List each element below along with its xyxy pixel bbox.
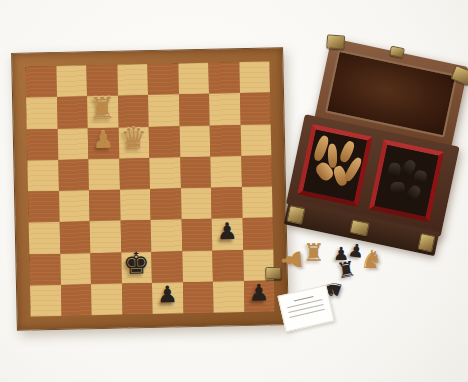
square-g8[interactable]: [208, 62, 239, 94]
square-f3[interactable]: [181, 219, 212, 251]
square-c1[interactable]: [91, 283, 122, 315]
square-f5[interactable]: [180, 156, 211, 188]
box-compartment-white-pieces: [297, 124, 373, 207]
square-g4[interactable]: [211, 187, 242, 219]
brass-escutcheon-icon: [349, 219, 370, 236]
square-c7[interactable]: ♜: [87, 96, 118, 128]
piece-black-pawn-g3[interactable]: ♟: [217, 220, 238, 243]
square-c3[interactable]: [90, 221, 121, 253]
square-b2[interactable]: [60, 253, 91, 285]
square-h3[interactable]: [242, 218, 273, 250]
brass-corner-mount-icon: [286, 205, 305, 225]
square-h7[interactable]: [240, 93, 271, 125]
square-a4[interactable]: [28, 191, 59, 223]
chess-board: ♜♟♛♟♚♟♟: [25, 61, 274, 316]
square-f1[interactable]: [182, 281, 213, 313]
loose-piece-white-knight[interactable]: ♞: [360, 247, 382, 272]
square-e5[interactable]: [149, 157, 180, 189]
piece-black-pawn-e1[interactable]: ♟: [157, 284, 178, 307]
square-g2[interactable]: [212, 250, 243, 282]
square-f8[interactable]: [178, 63, 209, 95]
square-b4[interactable]: [59, 190, 90, 222]
square-a3[interactable]: [29, 222, 60, 254]
square-d5[interactable]: [119, 158, 150, 190]
square-d1[interactable]: [121, 283, 152, 315]
square-b8[interactable]: [56, 65, 87, 97]
brass-corner-mount-icon: [417, 233, 435, 253]
square-f2[interactable]: [182, 250, 213, 282]
square-h5[interactable]: [241, 155, 272, 187]
square-d6[interactable]: ♛: [118, 127, 149, 159]
square-f4[interactable]: [180, 188, 211, 220]
square-a7[interactable]: [26, 97, 57, 129]
square-c6[interactable]: ♟: [88, 127, 119, 159]
piece-white-queen-d6[interactable]: ♛: [120, 124, 148, 155]
square-g1[interactable]: [213, 281, 244, 313]
square-g6[interactable]: [210, 125, 241, 157]
square-f6[interactable]: [179, 125, 210, 157]
loose-piece-white-pawn-lying[interactable]: ♟: [278, 247, 306, 272]
square-b5[interactable]: [58, 159, 89, 191]
chess-box: [284, 44, 468, 254]
piece-black-king-d2[interactable]: ♚: [123, 249, 151, 280]
square-b6[interactable]: [57, 128, 88, 160]
square-e3[interactable]: [151, 220, 182, 252]
square-a5[interactable]: [27, 160, 58, 192]
brass-mount-icon: [326, 34, 345, 49]
square-h8[interactable]: [239, 61, 270, 93]
square-c2[interactable]: [90, 252, 121, 284]
square-b3[interactable]: [59, 222, 90, 254]
piece-white-pawn-c6[interactable]: ♟: [93, 129, 114, 152]
square-b7[interactable]: [57, 97, 88, 129]
piece-black-pawn-h1[interactable]: ♟: [248, 282, 269, 305]
square-e8[interactable]: [147, 63, 178, 95]
chess-board-frame: ♜♟♛♟♚♟♟: [11, 47, 289, 331]
square-f7[interactable]: [179, 94, 210, 126]
square-c5[interactable]: [88, 158, 119, 190]
square-b1[interactable]: [60, 284, 91, 316]
square-e7[interactable]: [148, 95, 179, 127]
square-a6[interactable]: [27, 128, 58, 160]
square-g3[interactable]: ♟: [212, 218, 243, 250]
square-d2[interactable]: ♚: [121, 251, 152, 283]
square-d4[interactable]: [120, 189, 151, 221]
square-d8[interactable]: [117, 64, 148, 96]
square-h4[interactable]: [241, 186, 272, 218]
box-compartment-black-pieces: [369, 139, 445, 222]
lot-card-text-line: [287, 299, 322, 308]
square-h6[interactable]: [240, 124, 271, 156]
square-c4[interactable]: [89, 190, 120, 222]
square-g7[interactable]: [209, 93, 240, 125]
square-a8[interactable]: [25, 66, 56, 98]
square-g5[interactable]: [210, 156, 241, 188]
square-a1[interactable]: [30, 285, 61, 317]
square-a2[interactable]: [29, 253, 60, 285]
brass-catch-icon: [389, 46, 405, 59]
square-e2[interactable]: [151, 251, 182, 283]
piece-white-rook-c7[interactable]: ♜: [89, 93, 117, 124]
square-h1[interactable]: ♟: [243, 280, 274, 312]
square-e4[interactable]: [150, 188, 181, 220]
square-e6[interactable]: [149, 126, 180, 158]
square-e1[interactable]: ♟: [152, 282, 183, 314]
loose-piece-white-rook[interactable]: ♜: [303, 241, 325, 265]
